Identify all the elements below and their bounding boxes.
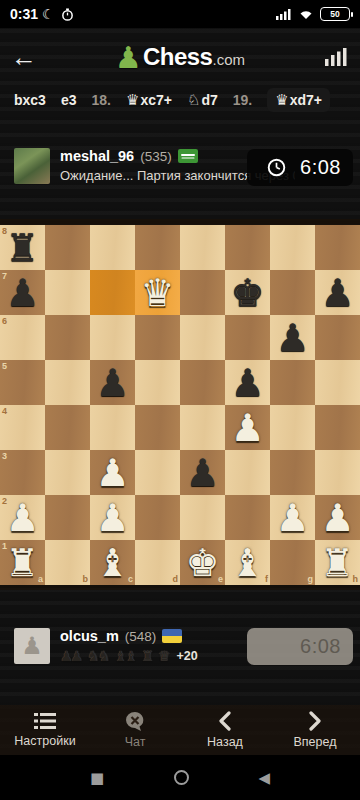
chat-disabled-icon bbox=[124, 711, 146, 731]
square-g3[interactable] bbox=[270, 450, 315, 495]
square-e5[interactable] bbox=[180, 360, 225, 405]
white-pawn-a2: ♟ bbox=[0, 495, 45, 540]
rank-label-2: 2 bbox=[2, 496, 7, 506]
square-h2[interactable]: ♟ bbox=[315, 495, 360, 540]
black-pawn-g6: ♟ bbox=[270, 315, 315, 360]
player-bottom-flag-ukraine bbox=[162, 629, 182, 643]
status-bar: 0:31 ☾ 50 bbox=[0, 0, 360, 28]
square-a6[interactable]: 6 bbox=[0, 315, 45, 360]
material-advantage: +20 bbox=[176, 649, 197, 663]
move-d7[interactable]: ♘d7 bbox=[187, 91, 218, 109]
square-b2[interactable] bbox=[45, 495, 90, 540]
square-g7[interactable] bbox=[270, 270, 315, 315]
connection-bars-button[interactable] bbox=[312, 48, 360, 66]
android-home-button[interactable] bbox=[174, 770, 189, 785]
cellular-signal-icon bbox=[276, 8, 292, 20]
file-label-d: d bbox=[173, 574, 179, 584]
square-h7[interactable]: ♟ bbox=[315, 270, 360, 315]
logo-text: Chess bbox=[143, 43, 213, 71]
move-list: bxc3e318.♛xc7+♘d719.♛xd7+ bbox=[0, 86, 360, 114]
square-a3[interactable]: 3 bbox=[0, 450, 45, 495]
square-h8[interactable] bbox=[315, 225, 360, 270]
file-label-c: c bbox=[128, 574, 133, 584]
square-h4[interactable] bbox=[315, 405, 360, 450]
white-pawn-c3: ♟ bbox=[90, 450, 135, 495]
square-e3[interactable]: ♟ bbox=[180, 450, 225, 495]
nav-label: Назад bbox=[207, 735, 243, 749]
square-a8[interactable]: 8♜ bbox=[0, 225, 45, 270]
chess-board: 8♜7♟♛♚♟6♟5♟♟4♟3♟♟2♟♟♟♟1a♜bc♝de♚f♝gh♜ bbox=[0, 225, 360, 585]
square-f2[interactable] bbox=[225, 495, 270, 540]
logo-domain-text: .com bbox=[212, 51, 245, 68]
square-b1[interactable]: b bbox=[45, 540, 90, 585]
square-b8[interactable] bbox=[45, 225, 90, 270]
square-g8[interactable] bbox=[270, 225, 315, 270]
square-f3[interactable] bbox=[225, 450, 270, 495]
square-d8[interactable] bbox=[135, 225, 180, 270]
player-top-rating: (535) bbox=[140, 149, 172, 164]
white-queen-d7: ♛ bbox=[135, 270, 180, 315]
rank-label-4: 4 bbox=[2, 406, 7, 416]
square-d5[interactable] bbox=[135, 360, 180, 405]
white-bishop-f1: ♝ bbox=[225, 540, 270, 585]
white-pawn-c2: ♟ bbox=[90, 495, 135, 540]
square-f7[interactable]: ♚ bbox=[225, 270, 270, 315]
square-c4[interactable] bbox=[90, 405, 135, 450]
chess-board-frame: 8♜7♟♛♚♟6♟5♟♟4♟3♟♟2♟♟♟♟1a♜bc♝de♚f♝gh♜ bbox=[0, 219, 360, 590]
nav-chat-disabled: Чат bbox=[90, 705, 180, 755]
player-top-clock-time: 6:08 bbox=[300, 156, 341, 179]
white-pawn-g2: ♟ bbox=[270, 495, 315, 540]
android-nav-bar: ■ ◀ bbox=[0, 755, 360, 800]
move-number: 19. bbox=[233, 92, 252, 108]
square-b4[interactable] bbox=[45, 405, 90, 450]
player-bottom-clock: 6:08 bbox=[247, 628, 353, 665]
square-g4[interactable] bbox=[270, 405, 315, 450]
file-label-b: b bbox=[83, 574, 89, 584]
player-bottom-name[interactable]: olcus_m bbox=[60, 628, 119, 644]
captured-group: ♟♟ bbox=[60, 648, 81, 664]
move-bxc3[interactable]: bxc3 bbox=[14, 92, 46, 108]
white-king-e1: ♚ bbox=[180, 540, 225, 585]
square-f8[interactable] bbox=[225, 225, 270, 270]
square-c3[interactable]: ♟ bbox=[90, 450, 135, 495]
black-pawn-c5: ♟ bbox=[90, 360, 135, 405]
square-d4[interactable] bbox=[135, 405, 180, 450]
square-h6[interactable] bbox=[315, 315, 360, 360]
captured-pieces: ♟♟♞♞♝♝♜♛ bbox=[60, 647, 174, 665]
android-recents-button[interactable]: ■ bbox=[90, 769, 104, 787]
player-bottom-avatar[interactable]: ♟ bbox=[14, 628, 50, 664]
square-b5[interactable] bbox=[45, 360, 90, 405]
rank-label-7: 7 bbox=[2, 271, 7, 281]
rank-label-5: 5 bbox=[2, 361, 7, 371]
square-e7[interactable] bbox=[180, 270, 225, 315]
file-label-a: a bbox=[38, 574, 43, 584]
square-h1[interactable]: h♜ bbox=[315, 540, 360, 585]
phone-screen: 0:31 ☾ 50 ← ♟ Chess .com bxc3e318.♛xc7+♘… bbox=[0, 0, 360, 800]
move-e3[interactable]: e3 bbox=[61, 92, 77, 108]
knight-icon: ♘ bbox=[187, 91, 200, 109]
square-f5[interactable]: ♟ bbox=[225, 360, 270, 405]
black-pawn-h7: ♟ bbox=[315, 270, 360, 315]
square-c8[interactable] bbox=[90, 225, 135, 270]
game-bottom-nav: НастройкиЧатНазадВперед bbox=[0, 705, 360, 755]
black-pawn-e3: ♟ bbox=[180, 450, 225, 495]
square-c6[interactable] bbox=[90, 315, 135, 360]
square-a7[interactable]: 7♟ bbox=[0, 270, 45, 315]
square-g6[interactable]: ♟ bbox=[270, 315, 315, 360]
player-bottom: ♟ olcus_m (548) ♟♟♞♞♝♝♜♛ +20 6:08 bbox=[0, 628, 360, 665]
square-d7[interactable]: ♛ bbox=[135, 270, 180, 315]
dnd-moon-icon: ☾ bbox=[42, 6, 55, 22]
square-e1[interactable]: e♚ bbox=[180, 540, 225, 585]
queen-icon: ♛ bbox=[275, 91, 288, 109]
android-back-button[interactable]: ◀ bbox=[259, 769, 271, 787]
captured-group: ♞♞ bbox=[87, 648, 108, 664]
player-top-name[interactable]: meshal_96 bbox=[60, 148, 134, 164]
nav-chevron-left[interactable]: Назад bbox=[180, 705, 270, 755]
nav-label: Настройки bbox=[14, 734, 75, 748]
player-bottom-clock-time: 6:08 bbox=[300, 635, 341, 658]
square-e2[interactable] bbox=[180, 495, 225, 540]
captured-group: ♝♝ bbox=[114, 648, 135, 664]
rank-label-6: 6 bbox=[2, 316, 7, 326]
logo-pawn-icon: ♟ bbox=[115, 40, 142, 75]
file-label-e: e bbox=[218, 574, 223, 584]
clock-icon bbox=[267, 158, 286, 177]
move-xc7+[interactable]: ♛xc7+ bbox=[126, 91, 172, 109]
square-d1[interactable]: d bbox=[135, 540, 180, 585]
white-rook-a1: ♜ bbox=[0, 540, 45, 585]
rank-label-8: 8 bbox=[2, 226, 7, 236]
queen-icon: ♛ bbox=[126, 91, 139, 109]
nav-label: Вперед bbox=[294, 735, 337, 749]
square-f6[interactable] bbox=[225, 315, 270, 360]
square-c2[interactable]: ♟ bbox=[90, 495, 135, 540]
player-top-clock: 6:08 bbox=[247, 149, 353, 186]
square-e8[interactable] bbox=[180, 225, 225, 270]
battery-icon: 50 bbox=[320, 7, 350, 21]
square-c1[interactable]: c♝ bbox=[90, 540, 135, 585]
square-a1[interactable]: 1a♜ bbox=[0, 540, 45, 585]
black-pawn-a7: ♟ bbox=[0, 270, 45, 315]
square-e6[interactable] bbox=[180, 315, 225, 360]
captured-group: ♜ bbox=[141, 648, 152, 664]
white-pawn-f4: ♟ bbox=[225, 405, 270, 450]
captured-pieces-row: ♟♟♞♞♝♝♜♛ +20 bbox=[60, 647, 198, 665]
square-b6[interactable] bbox=[45, 315, 90, 360]
square-c7[interactable] bbox=[90, 270, 135, 315]
white-bishop-c1: ♝ bbox=[90, 540, 135, 585]
file-label-g: g bbox=[308, 574, 314, 584]
player-bottom-rating: (548) bbox=[125, 629, 157, 644]
square-b3[interactable] bbox=[45, 450, 90, 495]
player-top-avatar[interactable] bbox=[14, 148, 50, 184]
status-time: 0:31 bbox=[10, 6, 38, 22]
default-pawn-avatar-icon: ♟ bbox=[21, 632, 43, 660]
square-b7[interactable] bbox=[45, 270, 90, 315]
square-d6[interactable] bbox=[135, 315, 180, 360]
square-f4[interactable]: ♟ bbox=[225, 405, 270, 450]
move-number: 18. bbox=[92, 92, 111, 108]
square-h5[interactable] bbox=[315, 360, 360, 405]
timer-icon bbox=[61, 8, 74, 21]
square-g2[interactable]: ♟ bbox=[270, 495, 315, 540]
black-rook-a8: ♜ bbox=[0, 225, 45, 270]
white-pawn-h2: ♟ bbox=[315, 495, 360, 540]
square-d2[interactable] bbox=[135, 495, 180, 540]
rank-label-1: 1 bbox=[2, 541, 7, 551]
nav-label: Чат bbox=[125, 735, 146, 749]
wifi-icon bbox=[298, 8, 314, 20]
square-h3[interactable] bbox=[315, 450, 360, 495]
square-a4[interactable]: 4 bbox=[0, 405, 45, 450]
square-a5[interactable]: 5 bbox=[0, 360, 45, 405]
player-top: meshal_96 (535) Ожидание... Партия закон… bbox=[0, 148, 360, 184]
move-xd7+[interactable]: ♛xd7+ bbox=[267, 88, 330, 112]
file-label-h: h bbox=[353, 574, 359, 584]
rank-label-3: 3 bbox=[2, 451, 7, 461]
square-g5[interactable] bbox=[270, 360, 315, 405]
black-king-f7: ♚ bbox=[225, 270, 270, 315]
white-rook-h1: ♜ bbox=[315, 540, 360, 585]
square-f1[interactable]: f♝ bbox=[225, 540, 270, 585]
square-a2[interactable]: 2♟ bbox=[0, 495, 45, 540]
file-label-f: f bbox=[265, 574, 268, 584]
player-top-flag-saudi-arabia bbox=[178, 149, 198, 163]
black-pawn-f5: ♟ bbox=[225, 360, 270, 405]
captured-group: ♛ bbox=[158, 648, 169, 664]
battery-percent: 50 bbox=[330, 9, 339, 19]
square-g1[interactable]: g bbox=[270, 540, 315, 585]
back-button[interactable]: ← bbox=[0, 28, 48, 86]
square-e4[interactable] bbox=[180, 405, 225, 450]
chevron-left-icon bbox=[218, 711, 232, 731]
nav-chevron-right[interactable]: Вперед bbox=[270, 705, 360, 755]
chesscom-logo: ♟ Chess .com bbox=[0, 28, 360, 86]
chevron-right-icon bbox=[308, 711, 322, 731]
nav-settings-list[interactable]: Настройки bbox=[0, 705, 90, 755]
square-d3[interactable] bbox=[135, 450, 180, 495]
square-c5[interactable]: ♟ bbox=[90, 360, 135, 405]
settings-list-icon bbox=[34, 712, 56, 730]
app-header: ← ♟ Chess .com bbox=[0, 28, 360, 86]
